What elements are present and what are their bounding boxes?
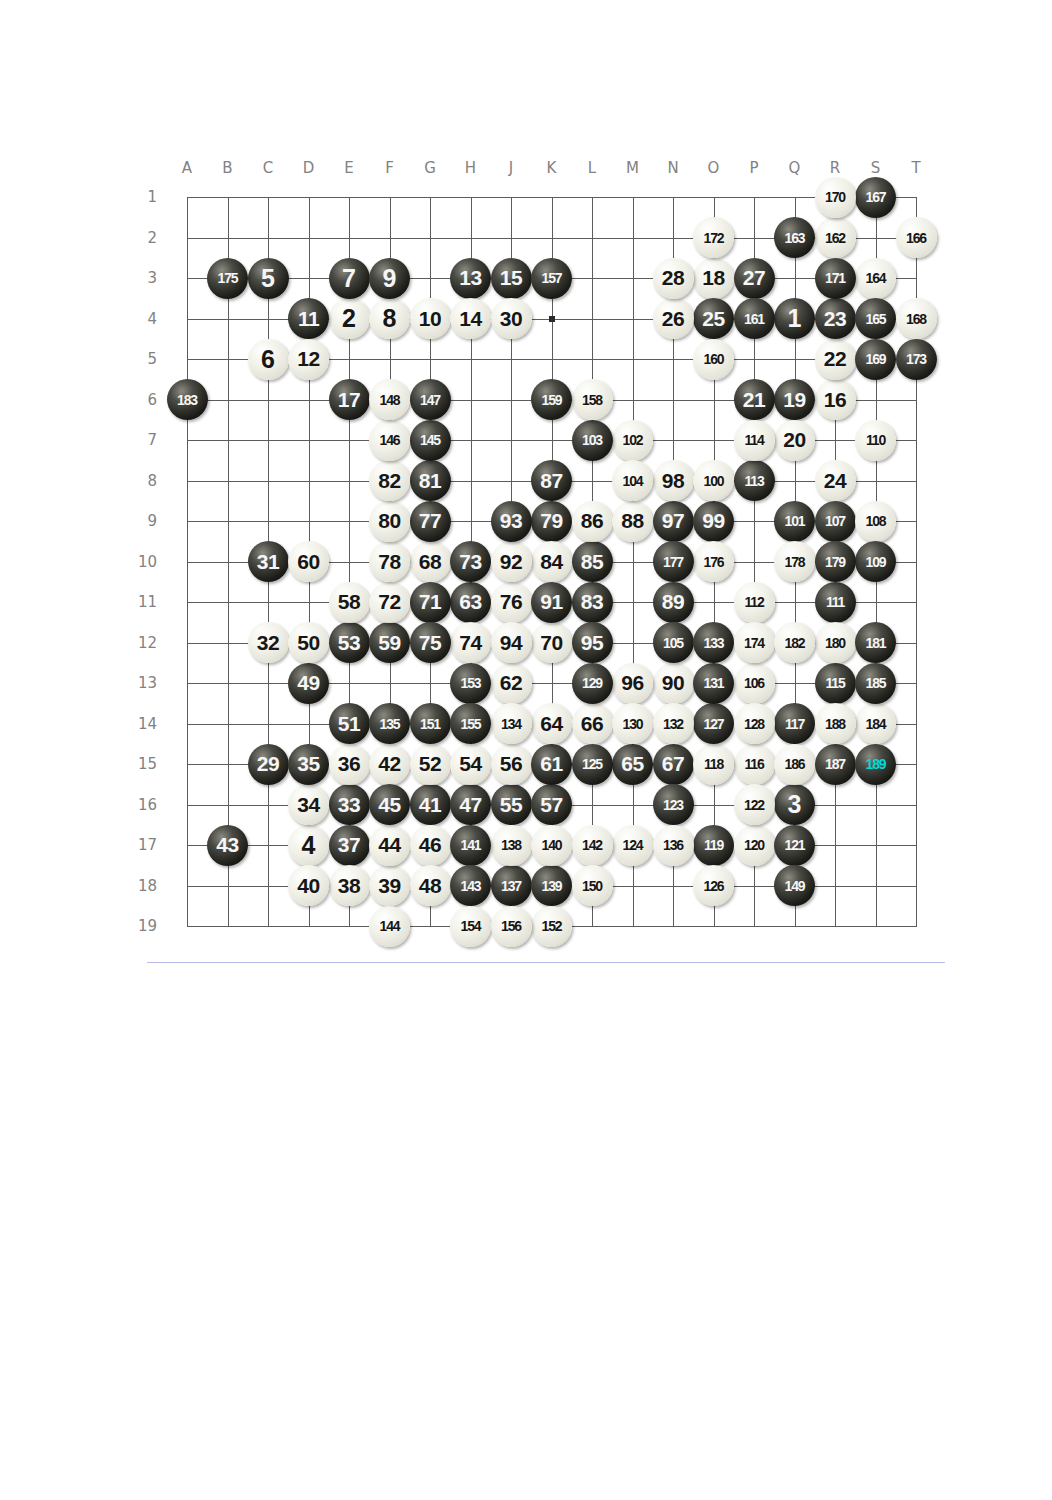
stone-number: 161 bbox=[744, 311, 764, 327]
stone-number: 17 bbox=[338, 388, 360, 412]
row-label: 16 bbox=[113, 795, 157, 815]
stone-black-21: 21 bbox=[734, 379, 775, 420]
stone-white-148: 148 bbox=[369, 379, 410, 420]
stone-number: 83 bbox=[581, 590, 603, 614]
stone-number: 28 bbox=[662, 266, 684, 290]
stone-number: 90 bbox=[662, 671, 684, 695]
stone-number: 80 bbox=[378, 509, 400, 533]
stone-number: 189 bbox=[866, 756, 886, 772]
stone-number: 114 bbox=[745, 432, 764, 448]
stone-number: 144 bbox=[380, 918, 400, 934]
stone-number: 6 bbox=[261, 345, 275, 374]
row-label: 3 bbox=[113, 268, 157, 288]
stone-number: 109 bbox=[866, 554, 886, 570]
stone-black-41: 41 bbox=[410, 784, 451, 825]
stone-number: 177 bbox=[663, 554, 683, 570]
stone-white-12: 12 bbox=[288, 339, 329, 380]
stone-white-80: 80 bbox=[369, 501, 410, 542]
stone-number: 63 bbox=[459, 590, 481, 614]
stone-white-110: 110 bbox=[855, 420, 896, 461]
stone-number: 99 bbox=[702, 509, 724, 533]
stone-white-76: 76 bbox=[491, 582, 532, 623]
stone-number: 167 bbox=[866, 189, 886, 205]
stone-white-96: 96 bbox=[612, 663, 653, 704]
stone-white-104: 104 bbox=[612, 460, 653, 501]
stone-number: 101 bbox=[785, 513, 805, 529]
stone-number: 42 bbox=[378, 752, 400, 776]
stone-white-178: 178 bbox=[774, 541, 815, 582]
stone-number: 187 bbox=[825, 756, 845, 772]
stone-white-144: 144 bbox=[369, 906, 410, 947]
stone-number: 37 bbox=[338, 833, 360, 857]
stone-number: 134 bbox=[501, 716, 521, 732]
stone-black-63: 63 bbox=[450, 582, 491, 623]
stone-number: 58 bbox=[338, 590, 360, 614]
stone-white-106: 106 bbox=[734, 663, 775, 704]
stone-black-59: 59 bbox=[369, 622, 410, 663]
stone-number: 45 bbox=[378, 793, 400, 817]
stone-number: 86 bbox=[581, 509, 603, 533]
stone-number: 79 bbox=[540, 509, 562, 533]
stone-black-55: 55 bbox=[491, 784, 532, 825]
stone-white-188: 188 bbox=[815, 703, 856, 744]
stone-number: 123 bbox=[663, 797, 683, 813]
stone-black-117: 117 bbox=[774, 703, 815, 744]
stone-number: 51 bbox=[338, 712, 360, 736]
stone-black-187: 187 bbox=[815, 744, 856, 785]
stone-number: 60 bbox=[297, 550, 319, 574]
stone-number: 135 bbox=[380, 716, 400, 732]
stone-white-160: 160 bbox=[693, 339, 734, 380]
stone-number: 146 bbox=[380, 432, 400, 448]
stone-number: 149 bbox=[785, 878, 805, 894]
stone-number: 137 bbox=[501, 878, 521, 894]
stone-number: 85 bbox=[581, 550, 603, 574]
stone-number: 145 bbox=[420, 432, 440, 448]
stone-black-25: 25 bbox=[693, 298, 734, 339]
stone-white-84: 84 bbox=[531, 541, 572, 582]
stone-number: 26 bbox=[662, 307, 684, 331]
stone-black-5: 5 bbox=[248, 258, 289, 299]
column-label: B bbox=[208, 158, 248, 178]
row-label: 13 bbox=[113, 673, 157, 693]
stone-number: 170 bbox=[825, 189, 845, 205]
stone-black-125: 125 bbox=[572, 744, 613, 785]
stone-number: 178 bbox=[785, 554, 805, 570]
stone-number: 148 bbox=[380, 392, 400, 408]
stone-white-92: 92 bbox=[491, 541, 532, 582]
stone-number: 160 bbox=[704, 351, 724, 367]
stone-number: 124 bbox=[623, 837, 643, 853]
stone-white-28: 28 bbox=[653, 258, 694, 299]
stone-black-89: 89 bbox=[653, 582, 694, 623]
column-label: Q bbox=[775, 158, 815, 178]
stone-number: 171 bbox=[825, 270, 845, 286]
stone-black-7: 7 bbox=[329, 258, 370, 299]
stone-number: 11 bbox=[298, 307, 319, 331]
stone-number: 73 bbox=[459, 550, 481, 574]
stone-number: 10 bbox=[419, 307, 441, 331]
stone-black-175: 175 bbox=[207, 258, 248, 299]
stone-white-52: 52 bbox=[410, 744, 451, 785]
row-label: 11 bbox=[113, 592, 157, 612]
column-label: O bbox=[694, 158, 734, 178]
stone-black-119: 119 bbox=[693, 825, 734, 866]
stone-number: 27 bbox=[743, 266, 765, 290]
stone-number: 155 bbox=[461, 716, 481, 732]
stone-number: 188 bbox=[825, 716, 845, 732]
stone-black-15: 15 bbox=[491, 258, 532, 299]
stone-number: 70 bbox=[540, 631, 562, 655]
stone-number: 52 bbox=[419, 752, 441, 776]
stone-white-38: 38 bbox=[329, 865, 370, 906]
stone-number: 81 bbox=[419, 469, 441, 493]
stone-black-1: 1 bbox=[774, 298, 815, 339]
stone-black-129: 129 bbox=[572, 663, 613, 704]
stone-number: 54 bbox=[459, 752, 481, 776]
stone-number: 184 bbox=[866, 716, 886, 732]
stone-white-58: 58 bbox=[329, 582, 370, 623]
stone-number: 158 bbox=[582, 392, 602, 408]
stone-black-157: 157 bbox=[531, 258, 572, 299]
stone-black-3: 3 bbox=[774, 784, 815, 825]
stone-white-172: 172 bbox=[693, 217, 734, 258]
stone-black-133: 133 bbox=[693, 622, 734, 663]
stone-number: 104 bbox=[623, 473, 643, 489]
stone-white-134: 134 bbox=[491, 703, 532, 744]
row-label: 19 bbox=[113, 916, 157, 936]
stone-number: 5 bbox=[261, 264, 275, 293]
stone-number: 156 bbox=[501, 918, 521, 934]
row-label: 4 bbox=[113, 309, 157, 329]
stone-black-153: 153 bbox=[450, 663, 491, 704]
stone-number: 9 bbox=[383, 264, 397, 293]
stone-number: 22 bbox=[824, 347, 846, 371]
stone-white-62: 62 bbox=[491, 663, 532, 704]
stone-black-51: 51 bbox=[329, 703, 370, 744]
row-label: 7 bbox=[113, 430, 157, 450]
stone-number: 102 bbox=[623, 432, 643, 448]
stone-number: 108 bbox=[866, 513, 886, 529]
stone-number: 64 bbox=[540, 712, 562, 736]
stone-black-95: 95 bbox=[572, 622, 613, 663]
row-label: 6 bbox=[113, 390, 157, 410]
stone-number: 7 bbox=[342, 264, 356, 293]
stone-number: 133 bbox=[704, 635, 724, 651]
stone-white-70: 70 bbox=[531, 622, 572, 663]
stone-number: 1 bbox=[788, 304, 802, 333]
stone-white-130: 130 bbox=[612, 703, 653, 744]
stone-number: 89 bbox=[662, 590, 684, 614]
stone-white-136: 136 bbox=[653, 825, 694, 866]
stone-number: 50 bbox=[297, 631, 319, 655]
stone-number: 100 bbox=[704, 473, 724, 489]
stone-number: 97 bbox=[662, 509, 684, 533]
stone-white-162: 162 bbox=[815, 217, 856, 258]
stone-number: 33 bbox=[338, 793, 360, 817]
stone-number: 120 bbox=[744, 837, 764, 853]
stone-black-181: 181 bbox=[855, 622, 896, 663]
stone-white-168: 168 bbox=[896, 298, 937, 339]
row-label: 12 bbox=[113, 633, 157, 653]
stone-black-73: 73 bbox=[450, 541, 491, 582]
stone-black-127: 127 bbox=[693, 703, 734, 744]
stone-number: 46 bbox=[419, 833, 441, 857]
stone-number: 12 bbox=[297, 347, 319, 371]
stone-white-158: 158 bbox=[572, 379, 613, 420]
column-label: A bbox=[167, 158, 207, 178]
stone-number: 138 bbox=[501, 837, 521, 853]
stone-number: 48 bbox=[419, 874, 441, 898]
stone-white-16: 16 bbox=[815, 379, 856, 420]
stone-number: 67 bbox=[662, 752, 684, 776]
stone-black-107: 107 bbox=[815, 501, 856, 542]
stone-white-138: 138 bbox=[491, 825, 532, 866]
stone-black-139: 139 bbox=[531, 865, 572, 906]
stone-number: 166 bbox=[906, 230, 926, 246]
stone-black-165: 165 bbox=[855, 298, 896, 339]
stone-number: 16 bbox=[824, 388, 846, 412]
stone-number: 130 bbox=[623, 716, 643, 732]
stone-white-184: 184 bbox=[855, 703, 896, 744]
stone-number: 136 bbox=[663, 837, 683, 853]
stone-number: 121 bbox=[785, 837, 805, 853]
stone-white-88: 88 bbox=[612, 501, 653, 542]
stone-number: 143 bbox=[461, 878, 481, 894]
stone-white-150: 150 bbox=[572, 865, 613, 906]
stone-number: 65 bbox=[621, 752, 643, 776]
stone-number: 131 bbox=[704, 675, 724, 691]
stone-black-67: 67 bbox=[653, 744, 694, 785]
column-label: N bbox=[653, 158, 693, 178]
stone-white-4: 4 bbox=[288, 825, 329, 866]
row-label: 17 bbox=[113, 835, 157, 855]
page: A1B2C3D4E5F6G7H8J9K10L11M12N13O14P15Q16R… bbox=[0, 0, 1052, 1500]
stone-number: 4 bbox=[302, 831, 316, 860]
stone-white-6: 6 bbox=[248, 339, 289, 380]
column-label: J bbox=[491, 158, 531, 178]
stone-white-128: 128 bbox=[734, 703, 775, 744]
stone-white-72: 72 bbox=[369, 582, 410, 623]
stone-white-14: 14 bbox=[450, 298, 491, 339]
stone-black-49: 49 bbox=[288, 663, 329, 704]
stone-black-93: 93 bbox=[491, 501, 532, 542]
stone-number: 176 bbox=[704, 554, 724, 570]
stone-white-48: 48 bbox=[410, 865, 451, 906]
stone-white-20: 20 bbox=[774, 420, 815, 461]
stone-number: 126 bbox=[704, 878, 724, 894]
stone-number: 95 bbox=[581, 631, 603, 655]
stone-number: 8 bbox=[383, 304, 397, 333]
stone-number: 53 bbox=[338, 631, 360, 655]
stone-number: 82 bbox=[378, 469, 400, 493]
stone-white-26: 26 bbox=[653, 298, 694, 339]
stone-number: 147 bbox=[420, 392, 440, 408]
stone-number: 84 bbox=[540, 550, 562, 574]
stone-number: 112 bbox=[745, 594, 764, 610]
stone-white-10: 10 bbox=[410, 298, 451, 339]
stone-white-170: 170 bbox=[815, 177, 856, 218]
stone-number: 38 bbox=[338, 874, 360, 898]
stone-number: 25 bbox=[702, 307, 724, 331]
stone-white-156: 156 bbox=[491, 906, 532, 947]
stone-number: 14 bbox=[459, 307, 481, 331]
column-label: M bbox=[613, 158, 653, 178]
stone-number: 103 bbox=[582, 432, 602, 448]
stone-number: 165 bbox=[866, 311, 886, 327]
stone-white-126: 126 bbox=[693, 865, 734, 906]
stone-number: 150 bbox=[582, 878, 602, 894]
stone-black-111: 111 bbox=[815, 582, 856, 623]
row-label: 1 bbox=[113, 187, 157, 207]
stone-number: 24 bbox=[824, 469, 846, 493]
stone-number: 110 bbox=[866, 432, 885, 448]
stone-black-121: 121 bbox=[774, 825, 815, 866]
stone-white-146: 146 bbox=[369, 420, 410, 461]
stone-white-18: 18 bbox=[693, 258, 734, 299]
stone-black-43: 43 bbox=[207, 825, 248, 866]
stone-white-98: 98 bbox=[653, 460, 694, 501]
stone-black-135: 135 bbox=[369, 703, 410, 744]
stone-number: 127 bbox=[704, 716, 724, 732]
stone-black-137: 137 bbox=[491, 865, 532, 906]
stone-white-176: 176 bbox=[693, 541, 734, 582]
stone-white-54: 54 bbox=[450, 744, 491, 785]
stone-number: 174 bbox=[744, 635, 764, 651]
stone-white-74: 74 bbox=[450, 622, 491, 663]
stone-number: 44 bbox=[378, 833, 400, 857]
stone-number: 129 bbox=[582, 675, 602, 691]
stone-black-159: 159 bbox=[531, 379, 572, 420]
stone-white-46: 46 bbox=[410, 825, 451, 866]
column-label: G bbox=[410, 158, 450, 178]
stone-black-85: 85 bbox=[572, 541, 613, 582]
stone-number: 76 bbox=[500, 590, 522, 614]
stone-number: 66 bbox=[581, 712, 603, 736]
stone-number: 41 bbox=[419, 793, 441, 817]
stone-white-116: 116 bbox=[734, 744, 775, 785]
stone-number: 39 bbox=[378, 874, 400, 898]
stone-number: 153 bbox=[461, 675, 481, 691]
stone-white-108: 108 bbox=[855, 501, 896, 542]
stone-black-171: 171 bbox=[815, 258, 856, 299]
stone-number: 71 bbox=[419, 590, 441, 614]
stone-number: 62 bbox=[500, 671, 522, 695]
stone-black-9: 9 bbox=[369, 258, 410, 299]
stone-white-60: 60 bbox=[288, 541, 329, 582]
stone-black-183: 183 bbox=[167, 379, 208, 420]
go-board: A1B2C3D4E5F6G7H8J9K10L11M12N13O14P15Q16R… bbox=[167, 177, 936, 946]
stone-number: 13 bbox=[459, 266, 481, 290]
stone-number: 32 bbox=[257, 631, 279, 655]
stone-number: 55 bbox=[500, 793, 522, 817]
column-label: H bbox=[451, 158, 491, 178]
grid-line-vertical bbox=[633, 197, 634, 927]
stone-black-75: 75 bbox=[410, 622, 451, 663]
stone-number: 132 bbox=[663, 716, 683, 732]
stone-white-90: 90 bbox=[653, 663, 694, 704]
stone-number: 20 bbox=[783, 428, 805, 452]
stone-number: 182 bbox=[785, 635, 805, 651]
stone-number: 142 bbox=[582, 837, 602, 853]
stone-number: 78 bbox=[378, 550, 400, 574]
stone-number: 175 bbox=[218, 270, 238, 286]
stone-number: 186 bbox=[785, 756, 805, 772]
stone-black-71: 71 bbox=[410, 582, 451, 623]
stone-number: 98 bbox=[662, 469, 684, 493]
stone-number: 122 bbox=[744, 797, 764, 813]
stone-white-42: 42 bbox=[369, 744, 410, 785]
row-label: 14 bbox=[113, 714, 157, 734]
stone-number: 34 bbox=[297, 793, 319, 817]
stone-number: 139 bbox=[542, 878, 562, 894]
stone-number: 117 bbox=[785, 716, 804, 732]
stone-white-166: 166 bbox=[896, 217, 937, 258]
stone-number: 168 bbox=[906, 311, 926, 327]
stone-number: 77 bbox=[419, 509, 441, 533]
stone-number: 18 bbox=[702, 266, 724, 290]
column-label: D bbox=[289, 158, 329, 178]
stone-number: 125 bbox=[582, 756, 602, 772]
row-label: 15 bbox=[113, 754, 157, 774]
stone-number: 173 bbox=[906, 351, 926, 367]
stone-number: 128 bbox=[744, 716, 764, 732]
column-label: C bbox=[248, 158, 288, 178]
stone-black-29: 29 bbox=[248, 744, 289, 785]
stone-black-185: 185 bbox=[855, 663, 896, 704]
stone-white-8: 8 bbox=[369, 298, 410, 339]
stone-number: 163 bbox=[785, 230, 805, 246]
stone-number: 36 bbox=[338, 752, 360, 776]
stone-black-173: 173 bbox=[896, 339, 937, 380]
stone-number: 116 bbox=[745, 756, 764, 772]
stone-black-163: 163 bbox=[774, 217, 815, 258]
stone-number: 92 bbox=[500, 550, 522, 574]
stone-number: 31 bbox=[257, 550, 279, 574]
stone-white-82: 82 bbox=[369, 460, 410, 501]
stone-black-179: 179 bbox=[815, 541, 856, 582]
stone-number: 21 bbox=[743, 388, 765, 412]
stone-number: 68 bbox=[419, 550, 441, 574]
stone-black-81: 81 bbox=[410, 460, 451, 501]
stone-white-44: 44 bbox=[369, 825, 410, 866]
stone-white-24: 24 bbox=[815, 460, 856, 501]
stone-number: 159 bbox=[542, 392, 562, 408]
stone-black-115: 115 bbox=[815, 663, 856, 704]
column-label: P bbox=[734, 158, 774, 178]
column-label: R bbox=[815, 158, 855, 178]
stone-number: 15 bbox=[500, 266, 522, 290]
stone-number: 91 bbox=[540, 590, 562, 614]
stone-white-50: 50 bbox=[288, 622, 329, 663]
stone-black-65: 65 bbox=[612, 744, 653, 785]
stone-number: 74 bbox=[459, 631, 481, 655]
column-label: S bbox=[856, 158, 896, 178]
stone-black-57: 57 bbox=[531, 784, 572, 825]
stone-number: 162 bbox=[825, 230, 845, 246]
stone-black-155: 155 bbox=[450, 703, 491, 744]
stone-number: 29 bbox=[257, 752, 279, 776]
row-label: 8 bbox=[113, 471, 157, 491]
stone-number: 35 bbox=[297, 752, 319, 776]
stone-white-86: 86 bbox=[572, 501, 613, 542]
stone-white-114: 114 bbox=[734, 420, 775, 461]
stone-number: 169 bbox=[866, 351, 886, 367]
stone-black-141: 141 bbox=[450, 825, 491, 866]
stone-black-145: 145 bbox=[410, 420, 451, 461]
stone-number: 23 bbox=[824, 307, 846, 331]
stone-white-39: 39 bbox=[369, 865, 410, 906]
